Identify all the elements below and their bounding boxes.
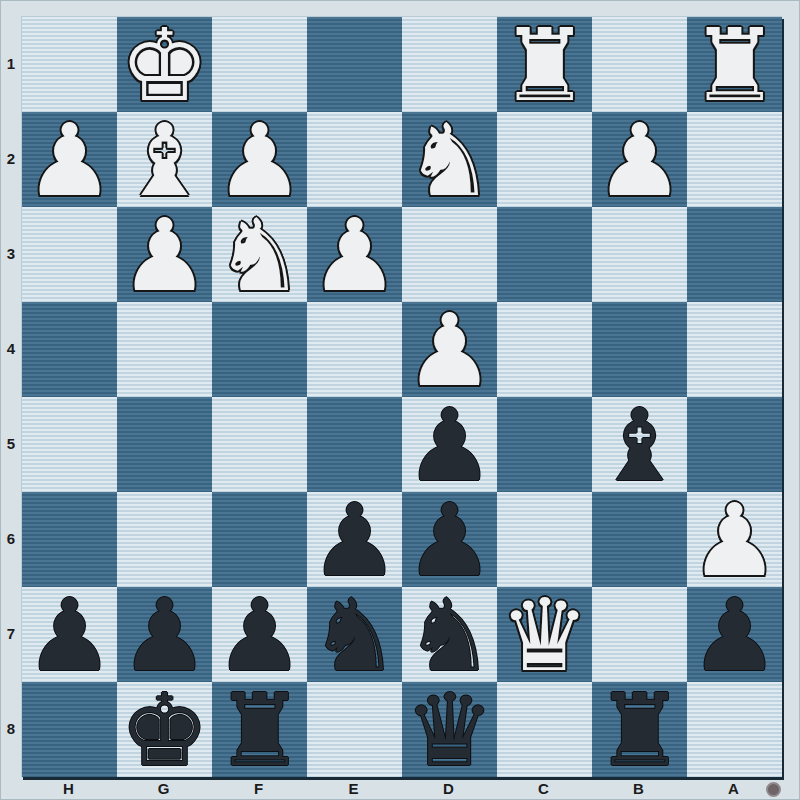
black-pawn[interactable]: ♟ — [120, 588, 210, 683]
square-e4[interactable] — [307, 302, 402, 397]
square-c8[interactable] — [497, 682, 592, 777]
square-b8[interactable]: ♜ — [592, 682, 687, 777]
square-g5[interactable] — [117, 397, 212, 492]
square-d5[interactable]: ♟ — [402, 397, 497, 492]
square-h7[interactable]: ♟ — [22, 587, 117, 682]
file-label-g: G — [116, 776, 211, 800]
rank-label-8: 8 — [1, 681, 21, 776]
black-pawn[interactable]: ♟ — [25, 588, 115, 683]
rank-label-2: 2 — [1, 111, 21, 206]
square-c2[interactable] — [497, 112, 592, 207]
watermark-dot — [766, 782, 781, 797]
square-e7[interactable]: ♞ — [307, 587, 402, 682]
black-pawn[interactable]: ♟ — [215, 588, 305, 683]
black-bishop[interactable]: ♝ — [595, 398, 685, 493]
white-knight[interactable]: ♞ — [405, 113, 495, 208]
square-e6[interactable]: ♟ — [307, 492, 402, 587]
file-label-c: C — [496, 776, 591, 800]
square-h6[interactable] — [22, 492, 117, 587]
file-label-d: D — [401, 776, 496, 800]
square-h3[interactable] — [22, 207, 117, 302]
black-knight[interactable]: ♞ — [310, 588, 400, 683]
rank-label-3: 3 — [1, 206, 21, 301]
square-d4[interactable]: ♟ — [402, 302, 497, 397]
square-c4[interactable] — [497, 302, 592, 397]
rank-label-6: 6 — [1, 491, 21, 586]
square-a6[interactable]: ♟ — [687, 492, 782, 587]
square-b5[interactable]: ♝ — [592, 397, 687, 492]
square-c6[interactable] — [497, 492, 592, 587]
square-a1[interactable]: ♜ — [687, 17, 782, 112]
square-h1[interactable] — [22, 17, 117, 112]
square-f4[interactable] — [212, 302, 307, 397]
white-knight[interactable]: ♞ — [215, 208, 305, 303]
white-pawn[interactable]: ♟ — [690, 493, 780, 588]
square-e5[interactable] — [307, 397, 402, 492]
black-pawn[interactable]: ♟ — [405, 398, 495, 493]
square-a3[interactable] — [687, 207, 782, 302]
square-a7[interactable]: ♟ — [687, 587, 782, 682]
white-pawn[interactable]: ♟ — [595, 113, 685, 208]
square-b3[interactable] — [592, 207, 687, 302]
square-f3[interactable]: ♞ — [212, 207, 307, 302]
square-g8[interactable]: ♚ — [117, 682, 212, 777]
square-e1[interactable] — [307, 17, 402, 112]
square-g2[interactable]: ♝ — [117, 112, 212, 207]
white-pawn[interactable]: ♟ — [25, 113, 115, 208]
square-h5[interactable] — [22, 397, 117, 492]
black-rook[interactable]: ♜ — [215, 683, 305, 778]
square-f8[interactable]: ♜ — [212, 682, 307, 777]
white-pawn[interactable]: ♟ — [120, 208, 210, 303]
white-king[interactable]: ♚ — [120, 18, 210, 113]
white-pawn[interactable]: ♟ — [215, 113, 305, 208]
white-rook[interactable]: ♜ — [500, 18, 590, 113]
white-bishop[interactable]: ♝ — [120, 113, 210, 208]
square-a8[interactable] — [687, 682, 782, 777]
white-rook[interactable]: ♜ — [690, 18, 780, 113]
file-label-e: E — [306, 776, 401, 800]
black-rook[interactable]: ♜ — [595, 683, 685, 778]
rank-label-7: 7 — [1, 586, 21, 681]
square-g4[interactable] — [117, 302, 212, 397]
square-c1[interactable]: ♜ — [497, 17, 592, 112]
square-e2[interactable] — [307, 112, 402, 207]
square-h2[interactable]: ♟ — [22, 112, 117, 207]
white-queen[interactable]: ♛ — [500, 588, 590, 683]
square-g3[interactable]: ♟ — [117, 207, 212, 302]
square-e3[interactable]: ♟ — [307, 207, 402, 302]
file-label-h: H — [21, 776, 116, 800]
square-f6[interactable] — [212, 492, 307, 587]
black-pawn[interactable]: ♟ — [690, 588, 780, 683]
square-d2[interactable]: ♞ — [402, 112, 497, 207]
square-a5[interactable] — [687, 397, 782, 492]
square-f7[interactable]: ♟ — [212, 587, 307, 682]
square-c7[interactable]: ♛ — [497, 587, 592, 682]
square-f5[interactable] — [212, 397, 307, 492]
square-g6[interactable] — [117, 492, 212, 587]
square-b1[interactable] — [592, 17, 687, 112]
square-a2[interactable] — [687, 112, 782, 207]
black-knight[interactable]: ♞ — [405, 588, 495, 683]
black-king[interactable]: ♚ — [120, 683, 210, 778]
square-c3[interactable] — [497, 207, 592, 302]
square-f2[interactable]: ♟ — [212, 112, 307, 207]
square-b7[interactable] — [592, 587, 687, 682]
square-d1[interactable] — [402, 17, 497, 112]
square-d7[interactable]: ♞ — [402, 587, 497, 682]
rank-label-1: 1 — [1, 16, 21, 111]
square-h8[interactable] — [22, 682, 117, 777]
rank-label-5: 5 — [1, 396, 21, 491]
square-a4[interactable] — [687, 302, 782, 397]
rank-label-4: 4 — [1, 301, 21, 396]
file-labels: H G F E D C B A — [21, 776, 781, 800]
square-d3[interactable] — [402, 207, 497, 302]
square-d6[interactable]: ♟ — [402, 492, 497, 587]
black-queen[interactable]: ♛ — [405, 683, 495, 778]
square-d8[interactable]: ♛ — [402, 682, 497, 777]
white-pawn[interactable]: ♟ — [310, 208, 400, 303]
square-e8[interactable] — [307, 682, 402, 777]
square-c5[interactable] — [497, 397, 592, 492]
black-pawn[interactable]: ♟ — [405, 493, 495, 588]
square-b4[interactable] — [592, 302, 687, 397]
square-g7[interactable]: ♟ — [117, 587, 212, 682]
square-f1[interactable] — [212, 17, 307, 112]
square-h4[interactable] — [22, 302, 117, 397]
chess-diagram: 1 2 3 4 5 6 7 8 ♚♜♜♟♝♟♞♟♟♞♟♟♟♝♟♟♟♟♟♟♞♞♛♟… — [0, 0, 800, 800]
chess-board: ♚♜♜♟♝♟♞♟♟♞♟♟♟♝♟♟♟♟♟♟♞♞♛♟♚♜♛♜ — [21, 16, 782, 777]
black-pawn[interactable]: ♟ — [310, 493, 400, 588]
square-b6[interactable] — [592, 492, 687, 587]
file-label-f: F — [211, 776, 306, 800]
square-b2[interactable]: ♟ — [592, 112, 687, 207]
white-pawn[interactable]: ♟ — [405, 303, 495, 398]
file-label-b: B — [591, 776, 686, 800]
square-g1[interactable]: ♚ — [117, 17, 212, 112]
rank-labels: 1 2 3 4 5 6 7 8 — [1, 16, 21, 776]
